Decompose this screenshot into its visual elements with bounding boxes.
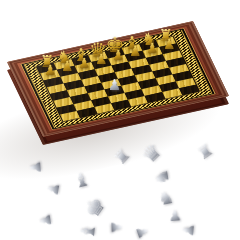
silver-pawn-lying: ♟ [133, 223, 152, 240]
silver-pawn-lying: ♟ [45, 181, 62, 197]
silver-knight-lying: ♞ [152, 168, 173, 187]
silver-knight-standing: ♞ [156, 188, 176, 209]
silver-bishop-lying: ♝ [78, 222, 98, 240]
silver-pawn-lying: ♟ [181, 223, 197, 238]
silver-pawn-standing: ♟ [168, 208, 183, 224]
silver-king-lying: ♚ [80, 194, 109, 223]
chess-set-photo: ♜♞♟♝♟♚♟♛♟♝♟♞♟♜♟♟♟ ♟♟♟♝♚♝♜♛♞♟♟♞♟♟♜ [0, 0, 240, 240]
silver-pawn-lying: ♟ [37, 212, 54, 228]
silver-pawn-lying: ♟ [108, 220, 123, 234]
